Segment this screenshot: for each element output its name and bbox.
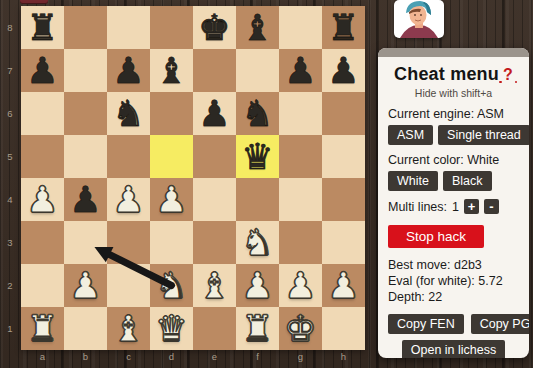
square-g4[interactable] — [279, 178, 322, 221]
rank-label-3: 3 — [0, 221, 20, 264]
square-a3[interactable] — [21, 221, 64, 264]
chess-board[interactable]: ♜♚♝♜♟♟♝♟♟♞♟♞♛♟♟♟♟♞♟♞♝♟♟♟♜♝♛♜♚ — [21, 6, 365, 350]
square-a7[interactable]: ♟ — [21, 49, 64, 92]
piece-black-rook[interactable]: ♜ — [26, 10, 58, 46]
square-f7[interactable] — [236, 49, 279, 92]
piece-white-pawn[interactable]: ♟ — [112, 182, 144, 218]
piece-white-king[interactable]: ♚ — [284, 311, 316, 347]
avatar — [394, 0, 444, 38]
square-b1[interactable] — [64, 307, 107, 350]
square-h2[interactable]: ♟ — [322, 264, 365, 307]
file-label-e: e — [193, 350, 236, 364]
piece-black-bishop[interactable]: ♝ — [241, 10, 273, 46]
piece-white-knight[interactable]: ♞ — [241, 225, 273, 261]
multi-lines-label: Multi lines: — [388, 200, 447, 214]
square-h3[interactable] — [322, 221, 365, 264]
square-g7[interactable]: ♟ — [279, 49, 322, 92]
square-f3[interactable]: ♞ — [236, 221, 279, 264]
square-a4[interactable]: ♟ — [21, 178, 64, 221]
piece-white-pawn[interactable]: ♟ — [155, 182, 187, 218]
square-b5[interactable] — [64, 135, 107, 178]
square-d6[interactable] — [150, 92, 193, 135]
piece-white-queen[interactable]: ♛ — [155, 311, 187, 347]
multi-lines-value: 1 — [452, 200, 459, 214]
rank-labels: 87654321 — [0, 6, 20, 350]
piece-black-pawn[interactable]: ♟ — [112, 53, 144, 89]
rank-label-6: 6 — [0, 92, 20, 135]
square-g5[interactable] — [279, 135, 322, 178]
square-g3[interactable] — [279, 221, 322, 264]
current-engine-label: Current engine: ASM — [388, 107, 529, 121]
square-c1[interactable]: ♝ — [107, 307, 150, 350]
square-g2[interactable]: ♟ — [279, 264, 322, 307]
square-b4[interactable]: ♟ — [64, 178, 107, 221]
square-b8[interactable] — [64, 6, 107, 49]
square-h4[interactable] — [322, 178, 365, 221]
square-b6[interactable] — [64, 92, 107, 135]
rank-label-4: 4 — [0, 178, 20, 221]
panel-topbar — [378, 48, 529, 57]
square-g1[interactable]: ♚ — [279, 307, 322, 350]
top-red-bar — [20, 0, 48, 4]
cheat-menu-title: Cheat menu — [394, 64, 499, 84]
square-h6[interactable] — [322, 92, 365, 135]
square-b7[interactable] — [64, 49, 107, 92]
square-g8[interactable] — [279, 6, 322, 49]
piece-white-rook[interactable]: ♜ — [241, 311, 273, 347]
eval-text: Eval (for white): 5.72 — [388, 273, 529, 289]
square-f2[interactable]: ♟ — [236, 264, 279, 307]
piece-white-rook[interactable]: ♜ — [26, 311, 58, 347]
piece-black-pawn[interactable]: ♟ — [26, 53, 58, 89]
piece-white-pawn[interactable]: ♟ — [284, 268, 316, 304]
current-color-label: Current color: White — [388, 153, 529, 167]
open-in-lichess-button[interactable]: Open in lichess — [402, 340, 505, 358]
rank-label-2: 2 — [0, 264, 20, 307]
square-d3[interactable] — [150, 221, 193, 264]
piece-black-pawn[interactable]: ♟ — [69, 182, 101, 218]
square-d4[interactable]: ♟ — [150, 178, 193, 221]
piece-white-pawn[interactable]: ♟ — [69, 268, 101, 304]
square-c6[interactable]: ♞ — [107, 92, 150, 135]
file-label-g: g — [279, 350, 322, 364]
square-c2[interactable] — [107, 264, 150, 307]
square-d1[interactable]: ♛ — [150, 307, 193, 350]
square-e3[interactable] — [193, 221, 236, 264]
square-h5[interactable] — [322, 135, 365, 178]
square-f1[interactable]: ♜ — [236, 307, 279, 350]
rank-label-1: 1 — [0, 307, 20, 350]
copy-pgn-button[interactable]: Copy PGN — [471, 314, 529, 334]
rank-label-7: 7 — [0, 49, 20, 92]
square-e8[interactable]: ♚ — [193, 6, 236, 49]
piece-black-pawn[interactable]: ♟ — [327, 53, 359, 89]
cheat-menu-panel: Cheat menu? Hide with shift+a Current en… — [378, 48, 529, 358]
square-c8[interactable] — [107, 6, 150, 49]
engine-single-thread-button[interactable]: Single thread — [438, 125, 529, 145]
file-label-a: a — [21, 350, 64, 364]
square-a1[interactable]: ♜ — [21, 307, 64, 350]
stop-hack-button[interactable]: Stop hack — [388, 225, 484, 248]
piece-black-knight[interactable]: ♞ — [112, 96, 144, 132]
square-c7[interactable]: ♟ — [107, 49, 150, 92]
piece-black-knight[interactable]: ♞ — [241, 96, 273, 132]
file-label-c: c — [107, 350, 150, 364]
square-f4[interactable] — [236, 178, 279, 221]
help-icon[interactable]: ? — [503, 66, 513, 84]
square-d2[interactable]: ♞ — [150, 264, 193, 307]
square-c5[interactable] — [107, 135, 150, 178]
file-label-b: b — [64, 350, 107, 364]
piece-white-bishop[interactable]: ♝ — [198, 268, 230, 304]
piece-white-knight[interactable]: ♞ — [155, 268, 187, 304]
screenshot-root: 87654321 ♜♚♝♜♟♟♝♟♟♞♟♞♛♟♟♟♟♞♟♞♝♟♟♟♜♝♛♜♚ a… — [0, 0, 533, 368]
depth-text: Depth: 22 — [388, 289, 529, 305]
file-label-h: h — [322, 350, 365, 364]
copy-fen-button[interactable]: Copy FEN — [388, 314, 464, 334]
square-c3[interactable] — [107, 221, 150, 264]
square-b3[interactable] — [64, 221, 107, 264]
piece-white-bishop[interactable]: ♝ — [112, 311, 144, 347]
square-f6[interactable]: ♞ — [236, 92, 279, 135]
engine-asm-button[interactable]: ASM — [388, 125, 433, 145]
multi-lines-plus-button[interactable]: + — [464, 199, 479, 214]
piece-black-pawn[interactable]: ♟ — [284, 53, 316, 89]
piece-white-pawn[interactable]: ♟ — [241, 268, 273, 304]
piece-black-bishop[interactable]: ♝ — [155, 53, 187, 89]
square-a6[interactable] — [21, 92, 64, 135]
piece-black-rook[interactable]: ♜ — [327, 10, 359, 46]
rank-label-8: 8 — [0, 6, 20, 49]
file-label-d: d — [150, 350, 193, 364]
piece-black-pawn[interactable]: ♟ — [198, 96, 230, 132]
piece-black-queen[interactable]: ♛ — [241, 139, 273, 175]
avatar-illustration — [394, 0, 444, 38]
piece-white-pawn[interactable]: ♟ — [327, 268, 359, 304]
square-c4[interactable]: ♟ — [107, 178, 150, 221]
square-a8[interactable]: ♜ — [21, 6, 64, 49]
square-d8[interactable] — [150, 6, 193, 49]
color-black-button[interactable]: Black — [443, 171, 492, 191]
color-white-button[interactable]: White — [388, 171, 438, 191]
square-d5[interactable] — [150, 135, 193, 178]
square-a2[interactable] — [21, 264, 64, 307]
square-e5[interactable] — [193, 135, 236, 178]
square-h8[interactable]: ♜ — [322, 6, 365, 49]
square-e6[interactable]: ♟ — [193, 92, 236, 135]
rank-label-5: 5 — [0, 135, 20, 178]
square-e2[interactable]: ♝ — [193, 264, 236, 307]
square-d7[interactable]: ♝ — [150, 49, 193, 92]
square-f8[interactable]: ♝ — [236, 6, 279, 49]
hide-hint: Hide with shift+a — [378, 87, 529, 99]
square-g6[interactable] — [279, 92, 322, 135]
piece-white-pawn[interactable]: ♟ — [26, 182, 58, 218]
square-a5[interactable] — [21, 135, 64, 178]
file-label-f: f — [236, 350, 279, 364]
best-move-text: Best move: d2b3 — [388, 257, 529, 273]
square-e7[interactable] — [193, 49, 236, 92]
square-e4[interactable] — [193, 178, 236, 221]
square-e1[interactable] — [193, 307, 236, 350]
square-b2[interactable]: ♟ — [64, 264, 107, 307]
piece-black-king[interactable]: ♚ — [198, 10, 230, 46]
multi-lines-minus-button[interactable]: - — [484, 199, 499, 214]
square-f5[interactable]: ♛ — [236, 135, 279, 178]
square-h1[interactable] — [322, 307, 365, 350]
square-h7[interactable]: ♟ — [322, 49, 365, 92]
file-labels: abcdefgh — [21, 350, 365, 364]
